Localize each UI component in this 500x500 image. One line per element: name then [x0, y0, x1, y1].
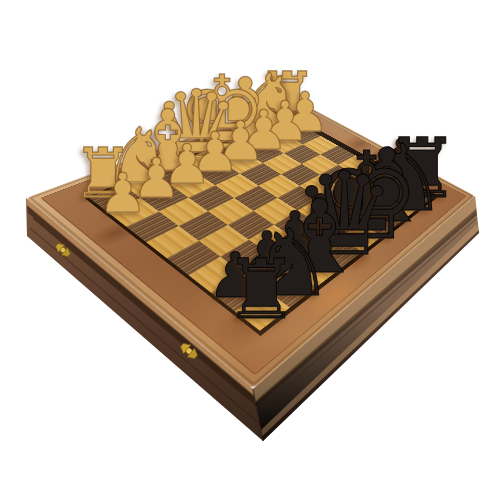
chess-box-photo: ♜♞♟♝♟♚♟♛♟♝♟♞♟♟♜♟♟♜♞♟♟♝♟♚♟♛♟♝♟♞♟♜	[0, 0, 500, 500]
piece-white-pawn[interactable]: ♟	[98, 166, 147, 221]
piece-black-rook[interactable]: ♜	[224, 248, 298, 331]
